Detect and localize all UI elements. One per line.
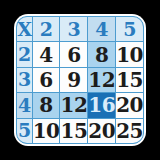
row-header-4: 4 (17, 93, 32, 117)
col-header-4: 4 (88, 17, 115, 41)
product-cell-r1-c1: 9 (60, 68, 87, 92)
product-cell-r3-c0: 10 (33, 119, 60, 143)
result-cell-16: 16 (88, 93, 115, 117)
row-header-3: 3 (17, 68, 32, 92)
corner-cell-x: X (17, 17, 32, 41)
col-header-5: 5 (116, 17, 143, 41)
screenshot-background: X2345246810369121548121620510152025 (0, 0, 160, 160)
multiplication-table-app-icon[interactable]: X2345246810369121548121620510152025 (14, 14, 146, 146)
path-cell-r0-c2: 8 (88, 42, 115, 66)
product-cell-r0-c3: 10 (116, 42, 143, 66)
col-header-2: 2 (33, 17, 60, 41)
path-cell-r2-c1: 12 (60, 93, 87, 117)
product-cell-r3-c3: 25 (116, 119, 143, 143)
product-cell-r1-c3: 15 (116, 68, 143, 92)
product-cell-r3-c2: 20 (88, 119, 115, 143)
path-cell-r1-c2: 12 (88, 68, 115, 92)
path-cell-r2-c0: 8 (33, 93, 60, 117)
row-header-2: 2 (17, 42, 32, 66)
col-header-3: 3 (60, 17, 87, 41)
multiplication-grid: X2345246810369121548121620510152025 (16, 16, 144, 144)
product-cell-r0-c1: 6 (60, 42, 87, 66)
product-cell-r0-c0: 4 (33, 42, 60, 66)
product-cell-r3-c1: 15 (60, 119, 87, 143)
product-cell-r2-c3: 20 (116, 93, 143, 117)
product-cell-r1-c0: 6 (33, 68, 60, 92)
row-header-5: 5 (17, 119, 32, 143)
